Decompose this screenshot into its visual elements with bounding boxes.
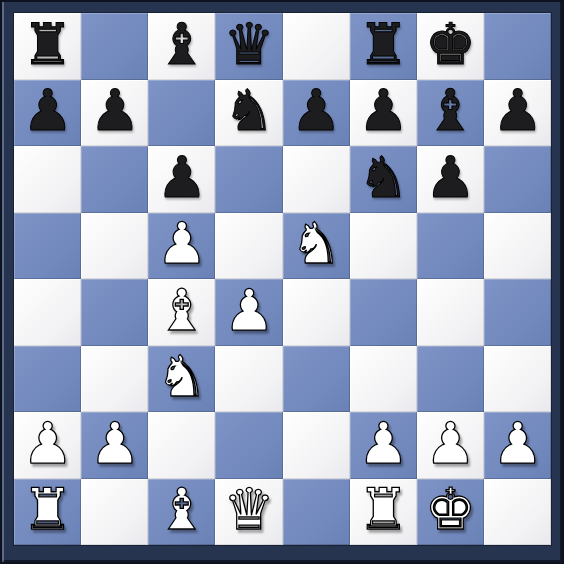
square-h3[interactable] <box>484 346 551 413</box>
piece-black-pawn[interactable]: ♟ <box>291 82 342 139</box>
square-f2[interactable]: ♟ <box>350 412 417 479</box>
square-g3[interactable] <box>417 346 484 413</box>
piece-white-rook[interactable]: ♜ <box>22 481 73 538</box>
square-d6[interactable] <box>215 146 282 213</box>
piece-black-knight[interactable]: ♞ <box>358 149 409 206</box>
square-c5[interactable]: ♟ <box>148 213 215 280</box>
chess-board: ♜♝♛♜♚♟♟♞♟♟♝♟♟♞♟♟♞♝♟♞♟♟♟♟♟♜♝♛♜♚ <box>13 12 552 546</box>
square-g4[interactable] <box>417 279 484 346</box>
square-f3[interactable] <box>350 346 417 413</box>
square-g2[interactable]: ♟ <box>417 412 484 479</box>
piece-white-pawn[interactable]: ♟ <box>89 415 140 472</box>
piece-black-rook[interactable]: ♜ <box>22 16 73 73</box>
square-c4[interactable]: ♝ <box>148 279 215 346</box>
piece-black-pawn[interactable]: ♟ <box>156 149 207 206</box>
square-h8[interactable] <box>484 13 551 80</box>
square-e6[interactable] <box>283 146 350 213</box>
piece-black-queen[interactable]: ♛ <box>223 16 274 73</box>
piece-black-pawn[interactable]: ♟ <box>425 149 476 206</box>
square-a7[interactable]: ♟ <box>14 80 81 147</box>
piece-white-pawn[interactable]: ♟ <box>223 282 274 339</box>
square-c1[interactable]: ♝ <box>148 479 215 546</box>
board-frame: ♜♝♛♜♚♟♟♞♟♟♝♟♟♞♟♟♞♝♟♞♟♟♟♟♟♜♝♛♜♚ <box>0 0 564 564</box>
square-g8[interactable]: ♚ <box>417 13 484 80</box>
piece-black-knight[interactable]: ♞ <box>223 82 274 139</box>
square-a8[interactable]: ♜ <box>14 13 81 80</box>
square-f5[interactable] <box>350 213 417 280</box>
square-b3[interactable] <box>81 346 148 413</box>
piece-black-pawn[interactable]: ♟ <box>89 82 140 139</box>
piece-black-rook[interactable]: ♜ <box>358 16 409 73</box>
square-c7[interactable] <box>148 80 215 147</box>
piece-black-bishop[interactable]: ♝ <box>156 16 207 73</box>
piece-white-pawn[interactable]: ♟ <box>425 415 476 472</box>
square-d1[interactable]: ♛ <box>215 479 282 546</box>
square-a2[interactable]: ♟ <box>14 412 81 479</box>
piece-black-king[interactable]: ♚ <box>425 16 476 73</box>
square-e4[interactable] <box>283 279 350 346</box>
piece-white-rook[interactable]: ♜ <box>358 481 409 538</box>
piece-black-pawn[interactable]: ♟ <box>492 82 543 139</box>
square-c6[interactable]: ♟ <box>148 146 215 213</box>
piece-white-bishop[interactable]: ♝ <box>156 282 207 339</box>
square-g7[interactable]: ♝ <box>417 80 484 147</box>
square-d4[interactable]: ♟ <box>215 279 282 346</box>
square-h2[interactable]: ♟ <box>484 412 551 479</box>
square-h1[interactable] <box>484 479 551 546</box>
square-d2[interactable] <box>215 412 282 479</box>
piece-white-bishop[interactable]: ♝ <box>156 481 207 538</box>
piece-white-pawn[interactable]: ♟ <box>156 215 207 272</box>
piece-white-knight[interactable]: ♞ <box>291 215 342 272</box>
square-f6[interactable]: ♞ <box>350 146 417 213</box>
square-c8[interactable]: ♝ <box>148 13 215 80</box>
square-d8[interactable]: ♛ <box>215 13 282 80</box>
square-c2[interactable] <box>148 412 215 479</box>
square-a3[interactable] <box>14 346 81 413</box>
square-b4[interactable] <box>81 279 148 346</box>
square-e5[interactable]: ♞ <box>283 213 350 280</box>
square-f8[interactable]: ♜ <box>350 13 417 80</box>
square-b6[interactable] <box>81 146 148 213</box>
piece-white-pawn[interactable]: ♟ <box>22 415 73 472</box>
square-b1[interactable] <box>81 479 148 546</box>
square-b8[interactable] <box>81 13 148 80</box>
square-a5[interactable] <box>14 213 81 280</box>
square-f4[interactable] <box>350 279 417 346</box>
piece-white-pawn[interactable]: ♟ <box>492 415 543 472</box>
square-g1[interactable]: ♚ <box>417 479 484 546</box>
piece-white-pawn[interactable]: ♟ <box>358 415 409 472</box>
square-a4[interactable] <box>14 279 81 346</box>
square-d7[interactable]: ♞ <box>215 80 282 147</box>
piece-black-pawn[interactable]: ♟ <box>22 82 73 139</box>
square-f7[interactable]: ♟ <box>350 80 417 147</box>
piece-white-queen[interactable]: ♛ <box>223 481 274 538</box>
square-f1[interactable]: ♜ <box>350 479 417 546</box>
square-b5[interactable] <box>81 213 148 280</box>
piece-white-knight[interactable]: ♞ <box>156 348 207 405</box>
square-h6[interactable] <box>484 146 551 213</box>
square-d5[interactable] <box>215 213 282 280</box>
square-g6[interactable]: ♟ <box>417 146 484 213</box>
square-h5[interactable] <box>484 213 551 280</box>
square-e7[interactable]: ♟ <box>283 80 350 147</box>
square-h7[interactable]: ♟ <box>484 80 551 147</box>
piece-black-pawn[interactable]: ♟ <box>358 82 409 139</box>
square-g5[interactable] <box>417 213 484 280</box>
square-e1[interactable] <box>283 479 350 546</box>
piece-black-bishop[interactable]: ♝ <box>425 82 476 139</box>
square-h4[interactable] <box>484 279 551 346</box>
square-b2[interactable]: ♟ <box>81 412 148 479</box>
square-d3[interactable] <box>215 346 282 413</box>
square-b7[interactable]: ♟ <box>81 80 148 147</box>
square-e2[interactable] <box>283 412 350 479</box>
square-a1[interactable]: ♜ <box>14 479 81 546</box>
square-c3[interactable]: ♞ <box>148 346 215 413</box>
square-e3[interactable] <box>283 346 350 413</box>
piece-white-king[interactable]: ♚ <box>425 481 476 538</box>
square-a6[interactable] <box>14 146 81 213</box>
square-e8[interactable] <box>283 13 350 80</box>
